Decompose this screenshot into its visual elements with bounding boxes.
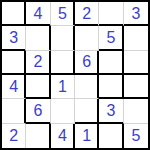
cell-r5c6[interactable] [124,99,148,123]
cell-r4c6[interactable] [124,75,148,99]
cell-r5c3[interactable] [51,99,75,123]
cell-r3c6[interactable] [124,51,148,75]
cell-r3c3[interactable] [51,51,75,75]
cell-r4c2[interactable] [26,75,50,99]
cell-r1c4: 2 [75,2,99,26]
puzzle-board: 4523352641632415 [0,0,150,150]
cell-r6c4: 1 [75,124,99,148]
cell-r5c1[interactable] [2,99,26,123]
cell-r2c3[interactable] [51,26,75,50]
cell-r3c5[interactable] [99,51,123,75]
cell-r3c1[interactable] [2,51,26,75]
cell-r2c2[interactable] [26,26,50,50]
cell-r6c6: 5 [124,124,148,148]
cell-r6c3: 4 [51,124,75,148]
cell-r4c3: 1 [51,75,75,99]
cell-r2c1: 3 [2,26,26,50]
cell-r2c5: 5 [99,26,123,50]
cell-r1c1[interactable] [2,2,26,26]
cell-r4c4[interactable] [75,75,99,99]
cell-r6c1: 2 [2,124,26,148]
cell-r4c5[interactable] [99,75,123,99]
cell-r3c4: 6 [75,51,99,75]
cell-r1c3: 5 [51,2,75,26]
cell-r1c2: 4 [26,2,50,26]
cell-r6c5[interactable] [99,124,123,148]
cell-r2c6[interactable] [124,26,148,50]
cell-r4c1: 4 [2,75,26,99]
cell-r3c2: 2 [26,51,50,75]
cell-r6c2[interactable] [26,124,50,148]
cell-r1c5[interactable] [99,2,123,26]
cell-r5c2: 6 [26,99,50,123]
cell-r5c4[interactable] [75,99,99,123]
cell-r1c6: 3 [124,2,148,26]
cell-r5c5: 3 [99,99,123,123]
cell-r2c4[interactable] [75,26,99,50]
